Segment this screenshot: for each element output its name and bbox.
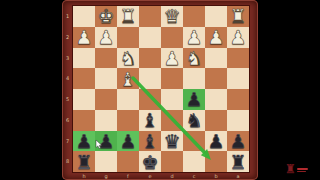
rank-label-5: 5 (62, 89, 73, 110)
square-g2[interactable]: ♟ (95, 27, 117, 48)
square-a1[interactable]: ♜ (227, 6, 249, 27)
square-c1[interactable] (183, 6, 205, 27)
square-f6[interactable] (117, 110, 139, 131)
square-c6[interactable]: ♞ (183, 110, 205, 131)
file-label-b: b (205, 172, 227, 180)
piece-wP-d3[interactable]: ♟ (163, 48, 180, 68)
square-b4[interactable] (205, 68, 227, 89)
chess-board: ♚♜♛♜♟♟♟♟♟♞♟♞♝♟♝♞♟♟♟♝♛♟♟♜♚♜ (73, 6, 249, 172)
logo-chess-piece-icon: ♜ (285, 163, 296, 176)
square-h6[interactable] (73, 110, 95, 131)
square-h4[interactable] (73, 68, 95, 89)
video-frame: ♚♜♛♜♟♟♟♟♟♞♟♞♝♟♝♞♟♟♟♝♛♟♟♜♚♜ 12345678hgfed… (0, 0, 320, 180)
square-g8[interactable] (95, 151, 117, 172)
file-label-c: c (183, 172, 205, 180)
piece-bK-e8[interactable]: ♚ (141, 152, 158, 172)
square-g6[interactable] (95, 110, 117, 131)
piece-wP-b2[interactable]: ♟ (207, 27, 224, 47)
square-c4[interactable] (183, 68, 205, 89)
square-g1[interactable]: ♚ (95, 6, 117, 27)
square-a2[interactable]: ♟ (227, 27, 249, 48)
square-e2[interactable] (139, 27, 161, 48)
square-d5[interactable] (161, 89, 183, 110)
piece-wQ-d1[interactable]: ♛ (163, 6, 180, 26)
square-a7[interactable]: ♟ (227, 131, 249, 152)
square-c8[interactable] (183, 151, 205, 172)
square-h1[interactable] (73, 6, 95, 27)
square-e5[interactable] (139, 89, 161, 110)
square-d7[interactable]: ♛ (161, 131, 183, 152)
square-b7[interactable]: ♟ (205, 131, 227, 152)
square-b1[interactable] (205, 6, 227, 27)
square-a6[interactable] (227, 110, 249, 131)
piece-wP-g2[interactable]: ♟ (97, 27, 114, 47)
piece-bR-a8[interactable]: ♜ (229, 152, 246, 172)
square-a5[interactable] (227, 89, 249, 110)
watermark-logo: ♜ (285, 162, 309, 177)
piece-bP-b7[interactable]: ♟ (207, 131, 224, 151)
file-label-f: f (117, 172, 139, 180)
piece-wB-f4[interactable]: ♝ (119, 69, 136, 89)
piece-wP-h2[interactable]: ♟ (75, 27, 92, 47)
square-e6[interactable]: ♝ (139, 110, 161, 131)
rank-label-8: 8 (62, 151, 73, 172)
square-f5[interactable] (117, 89, 139, 110)
piece-bP-c5[interactable]: ♟ (185, 89, 202, 109)
square-c3[interactable]: ♞ (183, 48, 205, 69)
square-b3[interactable] (205, 48, 227, 69)
square-d3[interactable]: ♟ (161, 48, 183, 69)
file-label-d: d (161, 172, 183, 180)
file-label-a: a (227, 172, 249, 180)
square-b5[interactable] (205, 89, 227, 110)
square-a8[interactable]: ♜ (227, 151, 249, 172)
square-d4[interactable] (161, 68, 183, 89)
square-g3[interactable] (95, 48, 117, 69)
rank-label-7: 7 (62, 131, 73, 152)
square-d8[interactable] (161, 151, 183, 172)
square-f4[interactable]: ♝ (117, 68, 139, 89)
square-c5[interactable]: ♟ (183, 89, 205, 110)
board-frame: ♚♜♛♜♟♟♟♟♟♞♟♞♝♟♝♞♟♟♟♝♛♟♟♜♚♜ 12345678hgfed… (62, 0, 258, 180)
square-b6[interactable] (205, 110, 227, 131)
square-f3[interactable]: ♞ (117, 48, 139, 69)
piece-wK-g1[interactable]: ♚ (97, 6, 114, 26)
square-e8[interactable]: ♚ (139, 151, 161, 172)
square-d6[interactable] (161, 110, 183, 131)
piece-bP-f7[interactable]: ♟ (119, 131, 136, 151)
square-g7[interactable]: ♟ (95, 131, 117, 152)
square-d1[interactable]: ♛ (161, 6, 183, 27)
rank-label-1: 1 (62, 6, 73, 27)
piece-bR-h8[interactable]: ♜ (75, 152, 92, 172)
square-h3[interactable] (73, 48, 95, 69)
square-b8[interactable] (205, 151, 227, 172)
square-c7[interactable] (183, 131, 205, 152)
piece-wN-f3[interactable]: ♞ (119, 48, 136, 68)
piece-bN-c6[interactable]: ♞ (185, 110, 202, 130)
square-e7[interactable]: ♝ (139, 131, 161, 152)
piece-bB-e7[interactable]: ♝ (141, 131, 158, 151)
square-a3[interactable] (227, 48, 249, 69)
piece-wR-f1[interactable]: ♜ (119, 6, 136, 26)
square-h7[interactable]: ♟ (73, 131, 95, 152)
file-label-h: h (73, 172, 95, 180)
piece-wN-c3[interactable]: ♞ (185, 48, 202, 68)
piece-wR-a1[interactable]: ♜ (229, 6, 246, 26)
piece-wP-a2[interactable]: ♟ (229, 27, 246, 47)
square-b2[interactable]: ♟ (205, 27, 227, 48)
piece-bB-e6[interactable]: ♝ (141, 110, 158, 130)
square-d2[interactable] (161, 27, 183, 48)
piece-bP-h7[interactable]: ♟ (75, 131, 92, 151)
piece-bQ-d7[interactable]: ♛ (163, 131, 180, 151)
rank-label-6: 6 (62, 110, 73, 131)
rank-label-4: 4 (62, 68, 73, 89)
file-label-e: e (139, 172, 161, 180)
piece-bP-g7[interactable]: ♟ (97, 131, 114, 151)
square-f8[interactable] (117, 151, 139, 172)
piece-bP-a7[interactable]: ♟ (229, 131, 246, 151)
logo-text-mark (297, 168, 308, 172)
square-e3[interactable] (139, 48, 161, 69)
square-a4[interactable] (227, 68, 249, 89)
square-f7[interactable]: ♟ (117, 131, 139, 152)
square-f1[interactable]: ♜ (117, 6, 139, 27)
piece-wP-c2[interactable]: ♟ (185, 27, 202, 47)
square-g4[interactable] (95, 68, 117, 89)
square-h8[interactable]: ♜ (73, 151, 95, 172)
rank-label-3: 3 (62, 48, 73, 69)
square-f2[interactable] (117, 27, 139, 48)
square-h5[interactable] (73, 89, 95, 110)
square-h2[interactable]: ♟ (73, 27, 95, 48)
file-label-g: g (95, 172, 117, 180)
square-c2[interactable]: ♟ (183, 27, 205, 48)
square-g5[interactable] (95, 89, 117, 110)
rank-label-2: 2 (62, 27, 73, 48)
square-e4[interactable] (139, 68, 161, 89)
square-e1[interactable] (139, 6, 161, 27)
